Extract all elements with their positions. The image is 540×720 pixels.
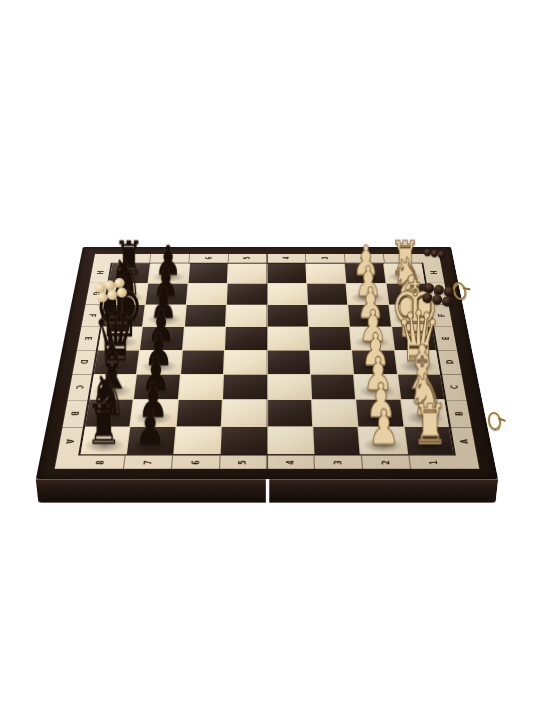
square-b5 <box>222 400 267 426</box>
square-b6 <box>176 400 222 426</box>
coord-label: 5 <box>219 456 267 470</box>
square-f6 <box>185 305 226 327</box>
coord-label: 3 <box>314 456 363 470</box>
coord-label-text: A <box>64 439 76 444</box>
square-a7: ♟ <box>127 427 175 454</box>
dark-bead <box>441 296 453 308</box>
square-h4 <box>267 264 306 284</box>
square-g3 <box>307 284 347 305</box>
coord-label-text: 5 <box>243 257 252 260</box>
black-pawn: ♟ <box>135 404 166 452</box>
coord-label: 4 <box>267 253 306 262</box>
square-h5 <box>228 264 267 284</box>
square-e4 <box>267 327 308 350</box>
square-g4 <box>267 284 307 305</box>
square-h3 <box>306 264 345 284</box>
coord-label-text: E <box>441 336 451 339</box>
square-f4 <box>267 305 307 327</box>
coord-label: 4 <box>266 456 314 470</box>
white-pawn: ♟ <box>368 404 399 452</box>
coord-label: 5 <box>227 253 266 262</box>
square-d4 <box>268 350 310 374</box>
chess-set-scene: 87654321 87654321 HGFEDCBA HGFEDCBA ♜♟♟♜… <box>62 145 472 555</box>
coord-label: 6 <box>188 253 228 262</box>
coord-label-text: 7 <box>165 257 174 260</box>
coord-label-text: B <box>69 412 80 416</box>
coord-label-text: 4 <box>282 257 291 260</box>
coord-label-text: D <box>445 360 456 364</box>
coord-label-text: 3 <box>321 257 330 260</box>
coord-label: 1 <box>408 456 458 470</box>
square-f5 <box>226 305 266 327</box>
square-a8: ♜ <box>81 427 130 454</box>
square-d5 <box>224 350 266 374</box>
coord-label-text: H <box>429 271 439 275</box>
coord-label-text: D <box>78 360 89 364</box>
brass-clasp-icon-lower <box>487 411 503 431</box>
square-e5 <box>225 327 266 350</box>
coord-label: 6 <box>171 456 220 470</box>
square-f3 <box>308 305 349 327</box>
square-e3 <box>309 327 351 350</box>
square-d3 <box>310 350 353 374</box>
coord-label-text: C <box>74 385 85 389</box>
coord-label-text: B <box>454 412 465 416</box>
coord-label: 3 <box>305 253 345 262</box>
square-a6 <box>174 427 221 454</box>
square-a4 <box>268 427 314 454</box>
coord-label-text: 8 <box>126 257 136 260</box>
coord-label-text: 1 <box>399 257 409 260</box>
white-rook: ♜ <box>413 397 449 452</box>
square-e6 <box>183 327 225 350</box>
square-h6 <box>188 264 227 284</box>
square-g6 <box>187 284 227 305</box>
coord-label-text: 6 <box>204 257 213 260</box>
product-photo-white-background: { "game": "chess", "description": "Angle… <box>0 0 540 720</box>
square-b4 <box>268 400 313 426</box>
fold-gap <box>265 479 268 503</box>
square-a1: ♜ <box>404 427 453 454</box>
board-fold-seam <box>266 253 268 469</box>
square-a2: ♟ <box>359 427 407 454</box>
coord-label-text: C <box>449 385 460 389</box>
square-d6 <box>181 350 224 374</box>
square-b3 <box>312 400 358 426</box>
coord-label: 2 <box>361 456 410 470</box>
dark-bead <box>437 250 445 258</box>
coord-label-text: H <box>95 271 105 275</box>
coord-label: 7 <box>123 456 172 470</box>
coord-label: 8 <box>76 456 125 470</box>
square-g5 <box>227 284 267 305</box>
black-rook: ♜ <box>86 397 122 452</box>
square-a3 <box>313 427 360 454</box>
coord-label-text: 2 <box>360 257 369 260</box>
square-a5 <box>221 427 267 454</box>
board-front-edge <box>36 479 498 503</box>
coord-label-text: A <box>459 439 471 444</box>
